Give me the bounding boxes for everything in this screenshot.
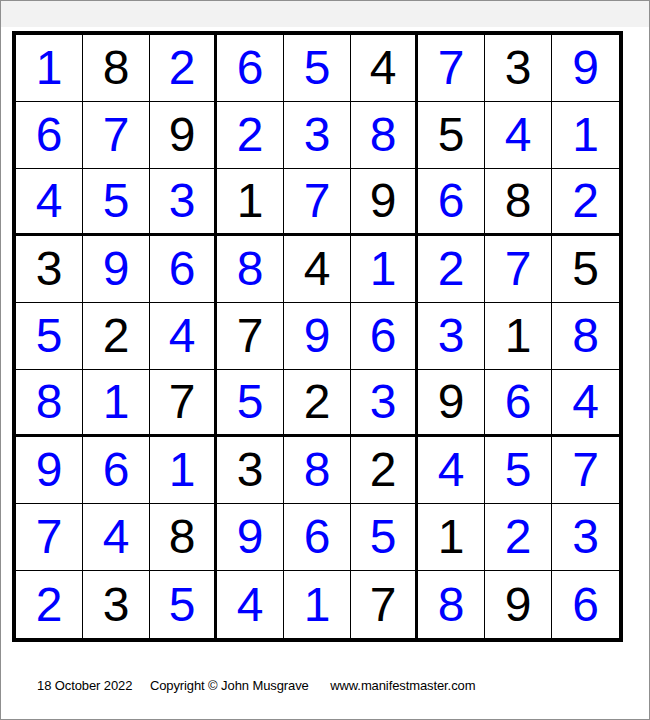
cell-r2c8[interactable]: 4 [485,102,552,169]
solved-digit: 3 [304,111,331,159]
cell-r4c9[interactable]: 5 [552,236,619,303]
cell-r5c5[interactable]: 9 [284,303,351,370]
cell-r9c6[interactable]: 7 [351,571,418,638]
solved-digit: 9 [103,245,130,293]
cell-r1c6[interactable]: 4 [351,35,418,102]
cell-r2c6[interactable]: 8 [351,102,418,169]
cell-r4c6[interactable]: 1 [351,236,418,303]
cell-r3c8[interactable]: 8 [485,169,552,236]
cell-r1c3[interactable]: 2 [150,35,217,102]
cell-r6c1[interactable]: 8 [16,370,83,437]
solved-digit: 1 [169,446,196,494]
cell-r1c1[interactable]: 1 [16,35,83,102]
solved-digit: 2 [505,513,532,561]
given-digit: 3 [505,44,532,92]
cell-r4c8[interactable]: 7 [485,236,552,303]
given-digit: 7 [237,312,264,360]
footer-date: 18 October 2022 [37,678,132,693]
solved-digit: 7 [505,245,532,293]
cell-r6c7[interactable]: 9 [418,370,485,437]
solved-digit: 9 [36,446,63,494]
cell-r8c3[interactable]: 8 [150,504,217,571]
solved-digit: 6 [169,245,196,293]
solved-digit: 8 [572,312,599,360]
cell-r7c4[interactable]: 3 [217,437,284,504]
cell-r7c7[interactable]: 4 [418,437,485,504]
solved-digit: 3 [572,513,599,561]
solved-digit: 5 [370,513,397,561]
solved-digit: 2 [36,581,63,629]
solved-digit: 2 [169,44,196,92]
solved-digit: 8 [370,111,397,159]
solved-digit: 4 [36,177,63,225]
cell-r4c3[interactable]: 6 [150,236,217,303]
cell-r3c5[interactable]: 7 [284,169,351,236]
solved-digit: 7 [103,111,130,159]
solved-digit: 1 [304,581,331,629]
given-digit: 8 [169,513,196,561]
given-digit: 9 [438,378,465,426]
solved-digit: 7 [572,446,599,494]
cell-r2c9[interactable]: 1 [552,102,619,169]
cell-r9c8[interactable]: 9 [485,571,552,638]
solved-digit: 9 [572,44,599,92]
cell-r2c3[interactable]: 9 [150,102,217,169]
given-digit: 4 [304,245,331,293]
cell-r7c2[interactable]: 6 [83,437,150,504]
solved-digit: 1 [572,111,599,159]
solved-digit: 6 [572,581,599,629]
solved-digit: 4 [572,378,599,426]
solved-digit: 3 [370,378,397,426]
footer-copyright: Copyright © John Musgrave [150,678,309,693]
solved-digit: 6 [304,513,331,561]
solved-digit: 8 [438,581,465,629]
cell-r9c5[interactable]: 1 [284,571,351,638]
cell-r7c8[interactable]: 5 [485,437,552,504]
cell-r1c8[interactable]: 3 [485,35,552,102]
solved-digit: 6 [505,378,532,426]
cell-r6c8[interactable]: 6 [485,370,552,437]
solved-digit: 6 [237,44,264,92]
cell-r9c7[interactable]: 8 [418,571,485,638]
given-digit: 9 [169,111,196,159]
cell-r2c4[interactable]: 2 [217,102,284,169]
cell-r6c2[interactable]: 1 [83,370,150,437]
cell-r6c3[interactable]: 7 [150,370,217,437]
cell-r8c9[interactable]: 3 [552,504,619,571]
solved-digit: 9 [237,513,264,561]
given-digit: 2 [103,312,130,360]
solved-digit: 2 [237,111,264,159]
cell-r1c4[interactable]: 6 [217,35,284,102]
cell-r8c4[interactable]: 9 [217,504,284,571]
cell-r2c7[interactable]: 5 [418,102,485,169]
cell-r7c1[interactable]: 9 [16,437,83,504]
cell-r5c8[interactable]: 1 [485,303,552,370]
footer: 18 October 2022 Copyright © John Musgrav… [37,678,475,693]
cell-r5c2[interactable]: 2 [83,303,150,370]
cell-r3c7[interactable]: 6 [418,169,485,236]
given-digit: 2 [370,446,397,494]
cell-r7c9[interactable]: 7 [552,437,619,504]
solved-digit: 7 [304,177,331,225]
cell-r7c6[interactable]: 2 [351,437,418,504]
solved-digit: 4 [505,111,532,159]
cell-r3c9[interactable]: 2 [552,169,619,236]
solved-digit: 5 [505,446,532,494]
cell-r8c8[interactable]: 2 [485,504,552,571]
given-digit: 3 [103,581,130,629]
cell-r6c6[interactable]: 3 [351,370,418,437]
cell-r8c1[interactable]: 7 [16,504,83,571]
solved-digit: 4 [237,581,264,629]
given-digit: 9 [505,581,532,629]
solved-digit: 7 [438,44,465,92]
cell-r5c1[interactable]: 5 [16,303,83,370]
cell-r5c3[interactable]: 4 [150,303,217,370]
cell-r4c2[interactable]: 9 [83,236,150,303]
cell-r8c5[interactable]: 6 [284,504,351,571]
solved-digit: 4 [169,312,196,360]
solved-digit: 6 [438,177,465,225]
cell-r1c2[interactable]: 8 [83,35,150,102]
cell-r4c7[interactable]: 2 [418,236,485,303]
cell-r4c1[interactable]: 3 [16,236,83,303]
cell-r1c9[interactable]: 9 [552,35,619,102]
given-digit: 5 [438,111,465,159]
solved-digit: 4 [438,446,465,494]
cell-r9c3[interactable]: 5 [150,571,217,638]
cell-r9c4[interactable]: 4 [217,571,284,638]
solved-digit: 1 [103,378,130,426]
sudoku-grid: 1826547396792385414531796823968412755247… [12,31,623,642]
cell-r2c5[interactable]: 3 [284,102,351,169]
cell-r6c9[interactable]: 4 [552,370,619,437]
footer-website: www.manifestmaster.com [330,678,475,693]
solved-digit: 3 [438,312,465,360]
given-digit: 3 [237,446,264,494]
solved-digit: 8 [304,446,331,494]
given-digit: 1 [505,312,532,360]
solved-digit: 9 [304,312,331,360]
cell-r8c6[interactable]: 5 [351,504,418,571]
solved-digit: 1 [370,245,397,293]
cell-r8c2[interactable]: 4 [83,504,150,571]
solved-digit: 5 [237,378,264,426]
cell-r9c2[interactable]: 3 [83,571,150,638]
given-digit: 8 [103,44,130,92]
cell-r3c2[interactable]: 5 [83,169,150,236]
solved-digit: 5 [304,44,331,92]
solved-digit: 5 [169,581,196,629]
cell-r7c5[interactable]: 8 [284,437,351,504]
cell-r9c1[interactable]: 2 [16,571,83,638]
cell-r5c7[interactable]: 3 [418,303,485,370]
solved-digit: 1 [36,44,63,92]
cell-r9c9[interactable]: 6 [552,571,619,638]
cell-r3c4[interactable]: 1 [217,169,284,236]
top-strip [1,1,649,27]
solved-digit: 8 [237,245,264,293]
given-digit: 3 [36,245,63,293]
solved-digit: 5 [103,177,130,225]
given-digit: 5 [572,245,599,293]
solved-digit: 5 [36,312,63,360]
solved-digit: 6 [103,446,130,494]
given-digit: 1 [438,513,465,561]
cell-r2c2[interactable]: 7 [83,102,150,169]
cell-r1c5[interactable]: 5 [284,35,351,102]
cell-r4c5[interactable]: 4 [284,236,351,303]
cell-r5c6[interactable]: 6 [351,303,418,370]
cell-r3c6[interactable]: 9 [351,169,418,236]
solved-digit: 2 [438,245,465,293]
given-digit: 1 [237,177,264,225]
given-digit: 2 [304,378,331,426]
solved-digit: 8 [36,378,63,426]
solved-digit: 2 [572,177,599,225]
given-digit: 9 [370,177,397,225]
cell-r2c1[interactable]: 6 [16,102,83,169]
cell-r5c9[interactable]: 8 [552,303,619,370]
cell-r6c4[interactable]: 5 [217,370,284,437]
cell-r1c7[interactable]: 7 [418,35,485,102]
cell-r6c5[interactable]: 2 [284,370,351,437]
cell-r4c4[interactable]: 8 [217,236,284,303]
cell-r8c7[interactable]: 1 [418,504,485,571]
cell-r5c4[interactable]: 7 [217,303,284,370]
given-digit: 4 [370,44,397,92]
solved-digit: 6 [36,111,63,159]
solved-digit: 7 [36,513,63,561]
cell-r3c1[interactable]: 4 [16,169,83,236]
given-digit: 7 [370,581,397,629]
given-digit: 7 [169,378,196,426]
solved-digit: 3 [169,177,196,225]
page: 1826547396792385414531796823968412755247… [0,0,650,720]
given-digit: 8 [505,177,532,225]
solved-digit: 4 [103,513,130,561]
cell-r3c3[interactable]: 3 [150,169,217,236]
solved-digit: 6 [370,312,397,360]
cell-r7c3[interactable]: 1 [150,437,217,504]
